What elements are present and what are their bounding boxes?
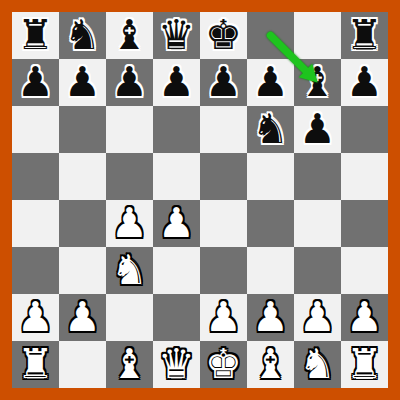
square-e6[interactable] xyxy=(200,106,247,153)
piece-white-pawn: ♟ xyxy=(247,294,294,341)
piece-white-queen: ♛ xyxy=(153,341,200,388)
square-a2[interactable]: ♟ xyxy=(12,294,59,341)
square-c1[interactable]: ♝ xyxy=(106,341,153,388)
square-d6[interactable] xyxy=(153,106,200,153)
square-a1[interactable]: ♜ xyxy=(12,341,59,388)
piece-black-pawn: ♟ xyxy=(294,106,341,153)
piece-white-king: ♚ xyxy=(200,341,247,388)
square-a4[interactable] xyxy=(12,200,59,247)
square-f8[interactable] xyxy=(247,12,294,59)
square-e3[interactable] xyxy=(200,247,247,294)
square-h1[interactable]: ♜ xyxy=(341,341,388,388)
square-b5[interactable] xyxy=(59,153,106,200)
piece-black-pawn: ♟ xyxy=(106,59,153,106)
square-f6[interactable]: ♞ xyxy=(247,106,294,153)
square-d1[interactable]: ♛ xyxy=(153,341,200,388)
square-h6[interactable] xyxy=(341,106,388,153)
piece-black-rook: ♜ xyxy=(341,12,388,59)
square-g7[interactable]: ♝ xyxy=(294,59,341,106)
piece-black-pawn: ♟ xyxy=(247,59,294,106)
square-b4[interactable] xyxy=(59,200,106,247)
square-e7[interactable]: ♟ xyxy=(200,59,247,106)
square-d8[interactable]: ♛ xyxy=(153,12,200,59)
square-e1[interactable]: ♚ xyxy=(200,341,247,388)
square-f7[interactable]: ♟ xyxy=(247,59,294,106)
piece-white-knight: ♞ xyxy=(294,341,341,388)
piece-white-pawn: ♟ xyxy=(200,294,247,341)
square-h5[interactable] xyxy=(341,153,388,200)
square-g6[interactable]: ♟ xyxy=(294,106,341,153)
square-c6[interactable] xyxy=(106,106,153,153)
square-d3[interactable] xyxy=(153,247,200,294)
square-h7[interactable]: ♟ xyxy=(341,59,388,106)
piece-black-bishop: ♝ xyxy=(294,59,341,106)
square-f2[interactable]: ♟ xyxy=(247,294,294,341)
square-c5[interactable] xyxy=(106,153,153,200)
square-h2[interactable]: ♟ xyxy=(341,294,388,341)
square-b1[interactable] xyxy=(59,341,106,388)
square-d2[interactable] xyxy=(153,294,200,341)
square-f3[interactable] xyxy=(247,247,294,294)
square-b7[interactable]: ♟ xyxy=(59,59,106,106)
piece-black-pawn: ♟ xyxy=(200,59,247,106)
square-e8[interactable]: ♚ xyxy=(200,12,247,59)
piece-white-pawn: ♟ xyxy=(294,294,341,341)
piece-white-bishop: ♝ xyxy=(247,341,294,388)
square-g8[interactable] xyxy=(294,12,341,59)
square-b2[interactable]: ♟ xyxy=(59,294,106,341)
piece-white-pawn: ♟ xyxy=(153,200,200,247)
piece-black-pawn: ♟ xyxy=(341,59,388,106)
piece-black-pawn: ♟ xyxy=(153,59,200,106)
square-c4[interactable]: ♟ xyxy=(106,200,153,247)
piece-black-queen: ♛ xyxy=(153,12,200,59)
square-h4[interactable] xyxy=(341,200,388,247)
square-d7[interactable]: ♟ xyxy=(153,59,200,106)
square-e5[interactable] xyxy=(200,153,247,200)
square-c3[interactable]: ♞ xyxy=(106,247,153,294)
piece-white-pawn: ♟ xyxy=(106,200,153,247)
piece-white-pawn: ♟ xyxy=(59,294,106,341)
square-c7[interactable]: ♟ xyxy=(106,59,153,106)
square-e2[interactable]: ♟ xyxy=(200,294,247,341)
piece-black-rook: ♜ xyxy=(12,12,59,59)
piece-white-rook: ♜ xyxy=(12,341,59,388)
piece-black-pawn: ♟ xyxy=(59,59,106,106)
square-d4[interactable]: ♟ xyxy=(153,200,200,247)
square-h8[interactable]: ♜ xyxy=(341,12,388,59)
square-a8[interactable]: ♜ xyxy=(12,12,59,59)
piece-white-pawn: ♟ xyxy=(341,294,388,341)
square-c8[interactable]: ♝ xyxy=(106,12,153,59)
square-f4[interactable] xyxy=(247,200,294,247)
square-g1[interactable]: ♞ xyxy=(294,341,341,388)
square-a3[interactable] xyxy=(12,247,59,294)
square-a6[interactable] xyxy=(12,106,59,153)
piece-black-bishop: ♝ xyxy=(106,12,153,59)
piece-black-knight: ♞ xyxy=(59,12,106,59)
piece-white-rook: ♜ xyxy=(341,341,388,388)
piece-white-knight: ♞ xyxy=(106,247,153,294)
square-f5[interactable] xyxy=(247,153,294,200)
piece-white-bishop: ♝ xyxy=(106,341,153,388)
piece-black-king: ♚ xyxy=(200,12,247,59)
chess-board: ♜♞♝♛♚♜♟♟♟♟♟♟♝♟♞♟♟♟♞♟♟♟♟♟♟♜♝♛♚♝♞♜ xyxy=(12,12,388,388)
piece-black-knight: ♞ xyxy=(247,106,294,153)
piece-black-pawn: ♟ xyxy=(12,59,59,106)
square-b6[interactable] xyxy=(59,106,106,153)
square-a5[interactable] xyxy=(12,153,59,200)
square-g2[interactable]: ♟ xyxy=(294,294,341,341)
square-b8[interactable]: ♞ xyxy=(59,12,106,59)
square-e4[interactable] xyxy=(200,200,247,247)
board-frame: ♜♞♝♛♚♜♟♟♟♟♟♟♝♟♞♟♟♟♞♟♟♟♟♟♟♜♝♛♚♝♞♜ xyxy=(0,0,400,400)
square-b3[interactable] xyxy=(59,247,106,294)
square-d5[interactable] xyxy=(153,153,200,200)
square-g5[interactable] xyxy=(294,153,341,200)
square-c2[interactable] xyxy=(106,294,153,341)
square-a7[interactable]: ♟ xyxy=(12,59,59,106)
square-h3[interactable] xyxy=(341,247,388,294)
square-g3[interactable] xyxy=(294,247,341,294)
square-f1[interactable]: ♝ xyxy=(247,341,294,388)
square-g4[interactable] xyxy=(294,200,341,247)
piece-white-pawn: ♟ xyxy=(12,294,59,341)
